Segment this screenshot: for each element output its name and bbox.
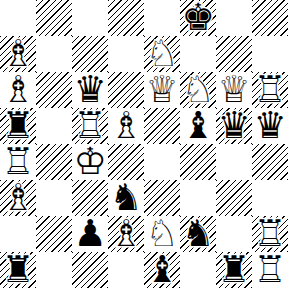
square-g3[interactable] [216, 180, 252, 216]
black-knight-piece: ♞♞ [180, 216, 216, 252]
square-d6[interactable] [108, 72, 144, 108]
white-rook-piece: ♜♖ [0, 144, 36, 180]
square-c7[interactable] [72, 36, 108, 72]
square-f8[interactable]: ♚♚ [180, 0, 216, 36]
black-rook-piece: ♜♜ [0, 252, 36, 288]
square-a2[interactable] [0, 216, 36, 252]
square-a1[interactable]: ♜♜ [0, 252, 36, 288]
square-e1[interactable]: ♝♝ [144, 252, 180, 288]
square-f4[interactable] [180, 144, 216, 180]
square-f7[interactable] [180, 36, 216, 72]
square-g6[interactable]: ♛♕ [216, 72, 252, 108]
square-d5[interactable]: ♝♗ [108, 108, 144, 144]
square-g2[interactable] [216, 216, 252, 252]
square-f3[interactable] [180, 180, 216, 216]
square-h3[interactable] [252, 180, 288, 216]
square-d7[interactable] [108, 36, 144, 72]
square-g5[interactable]: ♛♛ [216, 108, 252, 144]
square-h7[interactable] [252, 36, 288, 72]
square-c6[interactable]: ♛♛ [72, 72, 108, 108]
square-e6[interactable]: ♛♕ [144, 72, 180, 108]
square-e5[interactable] [144, 108, 180, 144]
square-b2[interactable] [36, 216, 72, 252]
square-f1[interactable] [180, 252, 216, 288]
square-e8[interactable] [144, 0, 180, 36]
square-c2[interactable]: ♟♟ [72, 216, 108, 252]
square-b8[interactable] [36, 0, 72, 36]
square-h1[interactable]: ♜♖ [252, 252, 288, 288]
square-h6[interactable]: ♜♖ [252, 72, 288, 108]
square-e7[interactable]: ♞♘ [144, 36, 180, 72]
square-h2[interactable]: ♜♖ [252, 216, 288, 252]
square-b1[interactable] [36, 252, 72, 288]
square-c4[interactable]: ♚♔ [72, 144, 108, 180]
square-g1[interactable]: ♜♜ [216, 252, 252, 288]
square-a6[interactable]: ♝♗ [0, 72, 36, 108]
white-bishop-piece: ♝♗ [0, 72, 36, 108]
square-d1[interactable] [108, 252, 144, 288]
square-b7[interactable] [36, 36, 72, 72]
square-a8[interactable] [0, 0, 36, 36]
square-f6[interactable]: ♞♘ [180, 72, 216, 108]
black-king-piece: ♚♚ [180, 0, 216, 36]
white-bishop-piece: ♝♗ [108, 108, 144, 144]
chess-board: ♚♚♝♗♞♘♝♗♛♛♛♕♞♘♛♕♜♖♜♜♜♖♝♗♝♝♛♛♛♛♜♖♚♔♝♗♞♞♟♟… [0, 0, 288, 288]
black-knight-piece: ♞♞ [108, 180, 144, 216]
white-rook-piece: ♜♖ [252, 72, 288, 108]
black-bishop-piece: ♝♝ [180, 108, 216, 144]
square-d8[interactable] [108, 0, 144, 36]
square-b3[interactable] [36, 180, 72, 216]
white-knight-piece: ♞♘ [144, 36, 180, 72]
square-f5[interactable]: ♝♝ [180, 108, 216, 144]
square-e4[interactable] [144, 144, 180, 180]
square-c5[interactable]: ♜♖ [72, 108, 108, 144]
square-b6[interactable] [36, 72, 72, 108]
square-a4[interactable]: ♜♖ [0, 144, 36, 180]
white-queen-piece: ♛♕ [216, 72, 252, 108]
square-c3[interactable] [72, 180, 108, 216]
square-d4[interactable] [108, 144, 144, 180]
square-a3[interactable]: ♝♗ [0, 180, 36, 216]
square-c1[interactable] [72, 252, 108, 288]
black-bishop-piece: ♝♝ [144, 252, 180, 288]
square-h4[interactable] [252, 144, 288, 180]
black-rook-piece: ♜♜ [216, 252, 252, 288]
black-queen-piece: ♛♛ [216, 108, 252, 144]
square-d2[interactable]: ♝♗ [108, 216, 144, 252]
square-h8[interactable] [252, 0, 288, 36]
square-e2[interactable]: ♞♘ [144, 216, 180, 252]
square-c8[interactable] [72, 0, 108, 36]
black-queen-piece: ♛♛ [252, 108, 288, 144]
square-e3[interactable] [144, 180, 180, 216]
square-a5[interactable]: ♜♜ [0, 108, 36, 144]
square-d3[interactable]: ♞♞ [108, 180, 144, 216]
square-g4[interactable] [216, 144, 252, 180]
white-bishop-piece: ♝♗ [108, 216, 144, 252]
white-king-piece: ♚♔ [72, 144, 108, 180]
white-rook-piece: ♜♖ [72, 108, 108, 144]
square-a7[interactable]: ♝♗ [0, 36, 36, 72]
black-rook-piece: ♜♜ [0, 108, 36, 144]
white-queen-piece: ♛♕ [144, 72, 180, 108]
black-pawn-piece: ♟♟ [72, 216, 108, 252]
black-queen-piece: ♛♛ [72, 72, 108, 108]
square-f2[interactable]: ♞♞ [180, 216, 216, 252]
white-knight-piece: ♞♘ [180, 72, 216, 108]
white-bishop-piece: ♝♗ [0, 36, 36, 72]
white-bishop-piece: ♝♗ [0, 180, 36, 216]
square-b5[interactable] [36, 108, 72, 144]
square-h5[interactable]: ♛♛ [252, 108, 288, 144]
white-rook-piece: ♜♖ [252, 216, 288, 252]
square-b4[interactable] [36, 144, 72, 180]
square-g7[interactable] [216, 36, 252, 72]
white-knight-piece: ♞♘ [144, 216, 180, 252]
square-g8[interactable] [216, 0, 252, 36]
white-rook-piece: ♜♖ [252, 252, 288, 288]
